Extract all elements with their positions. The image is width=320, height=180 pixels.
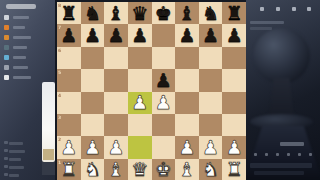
blurred-caption xyxy=(280,142,304,146)
black-bishop[interactable]: ♝ xyxy=(108,3,125,24)
black-pawn[interactable]: ♟ xyxy=(84,25,101,46)
black-rook[interactable]: ♜ xyxy=(226,3,243,24)
square-e2[interactable] xyxy=(152,136,176,158)
square-g3[interactable] xyxy=(199,114,223,136)
square-e1[interactable]: ♚ xyxy=(152,159,176,180)
toolbar-icon-1[interactable] xyxy=(260,7,264,11)
white-bishop[interactable]: ♝ xyxy=(108,159,125,180)
rank-label: 5 xyxy=(58,69,61,74)
chess-board[interactable]: 8♜♞♝♛♚♝♞♜7♟♟♟♟♟♟♟65♟4♟♟32♟♟♟♟♟♟1♜♞♝♛♚♝♞♜ xyxy=(57,2,246,180)
sidebar-item-news-icon[interactable] xyxy=(0,54,55,63)
app-logo[interactable] xyxy=(6,4,36,9)
square-h3[interactable] xyxy=(222,114,246,136)
square-f8[interactable]: ♝ xyxy=(175,2,199,24)
square-f4[interactable] xyxy=(175,92,199,114)
app-sidebar xyxy=(0,0,55,180)
white-knight[interactable]: ♞ xyxy=(84,159,101,180)
lessons-icon xyxy=(4,35,9,40)
black-pawn[interactable]: ♟ xyxy=(60,25,77,46)
square-b5[interactable] xyxy=(81,69,105,91)
footer-item-icon xyxy=(4,173,8,176)
square-g6[interactable] xyxy=(199,47,223,69)
square-g4[interactable] xyxy=(199,92,223,114)
black-knight[interactable]: ♞ xyxy=(84,3,101,24)
watch-icon xyxy=(4,45,9,50)
sidebar-item-label xyxy=(13,66,28,69)
square-e6[interactable] xyxy=(152,47,176,69)
square-g7[interactable]: ♟ xyxy=(199,24,223,46)
white-rook[interactable]: ♜ xyxy=(226,159,243,180)
square-f6[interactable] xyxy=(175,47,199,69)
square-b3[interactable] xyxy=(81,114,105,136)
footer-item-icon xyxy=(4,141,8,144)
sidebar-item-puzzle-icon[interactable] xyxy=(0,24,55,33)
square-d8[interactable]: ♛ xyxy=(128,2,152,24)
footer-item-icon xyxy=(4,157,8,160)
square-g2[interactable]: ♟ xyxy=(199,136,223,158)
bottom-icon-6[interactable] xyxy=(309,153,312,156)
square-c1[interactable]: ♝ xyxy=(104,159,128,180)
square-d3[interactable] xyxy=(128,114,152,136)
toolbar-icon-2[interactable] xyxy=(276,7,280,11)
square-g5[interactable] xyxy=(199,69,223,91)
sidebar-item-label xyxy=(13,26,25,29)
white-rook[interactable]: ♜ xyxy=(60,159,77,180)
footer-item-label xyxy=(9,174,19,177)
sidebar-item-pawn-icon[interactable] xyxy=(0,14,55,23)
square-f5[interactable] xyxy=(175,69,199,91)
pawn-icon xyxy=(4,15,9,20)
white-pawn[interactable]: ♟ xyxy=(131,92,148,113)
square-f1[interactable]: ♝ xyxy=(175,159,199,180)
black-rook[interactable]: ♜ xyxy=(60,3,77,24)
white-pawn[interactable]: ♟ xyxy=(178,137,195,158)
footer-item-label xyxy=(9,150,25,153)
panel-shadow xyxy=(42,162,55,175)
square-h4[interactable] xyxy=(222,92,246,114)
bottom-icon-1[interactable] xyxy=(254,153,257,156)
square-a5[interactable]: 5 xyxy=(57,69,81,91)
square-c6[interactable] xyxy=(104,47,128,69)
square-h1[interactable]: ♜ xyxy=(222,159,246,180)
square-b4[interactable] xyxy=(81,92,105,114)
sidebar-item-label xyxy=(13,76,31,79)
square-b1[interactable]: ♞ xyxy=(81,159,105,180)
white-queen[interactable]: ♛ xyxy=(131,159,148,180)
black-pawn[interactable]: ♟ xyxy=(131,25,148,46)
square-a1[interactable]: 1♜ xyxy=(57,159,81,180)
footer-item-icon xyxy=(4,149,8,152)
square-h5[interactable] xyxy=(222,69,246,91)
rank-label: 3 xyxy=(58,114,61,119)
square-a3[interactable]: 3 xyxy=(57,114,81,136)
rank-label: 8 xyxy=(58,2,61,7)
sidebar-item-label xyxy=(13,46,27,49)
square-e7[interactable] xyxy=(152,24,176,46)
square-h2[interactable]: ♟ xyxy=(222,136,246,158)
white-pawn[interactable]: ♟ xyxy=(60,137,77,158)
more-icon xyxy=(4,75,9,80)
blurred-text-line xyxy=(250,27,272,30)
blurred-text-line xyxy=(250,21,284,24)
square-c7[interactable]: ♟ xyxy=(104,24,128,46)
black-pawn[interactable]: ♟ xyxy=(202,25,219,46)
right-panel xyxy=(246,0,320,180)
sidebar-item-label xyxy=(13,16,29,19)
square-d7[interactable]: ♟ xyxy=(128,24,152,46)
rank-label: 1 xyxy=(58,159,61,164)
square-e4[interactable]: ♟ xyxy=(152,92,176,114)
footer-item-icon xyxy=(4,165,8,168)
blurred-bar xyxy=(254,171,304,175)
square-a6[interactable]: 6 xyxy=(57,47,81,69)
square-d5[interactable] xyxy=(128,69,152,91)
rank-label: 2 xyxy=(58,136,61,141)
white-pawn[interactable]: ♟ xyxy=(108,137,125,158)
square-c5[interactable] xyxy=(104,69,128,91)
black-queen[interactable]: ♛ xyxy=(131,3,148,24)
toolbar-icon-3[interactable] xyxy=(292,7,296,11)
square-f7[interactable]: ♟ xyxy=(175,24,199,46)
black-bishop[interactable]: ♝ xyxy=(178,3,195,24)
square-d4[interactable]: ♟ xyxy=(128,92,152,114)
toolbar-icon-4[interactable] xyxy=(307,7,311,11)
square-b7[interactable]: ♟ xyxy=(81,24,105,46)
blurred-bar xyxy=(250,163,312,168)
square-b2[interactable]: ♟ xyxy=(81,136,105,158)
square-h7[interactable]: ♟ xyxy=(222,24,246,46)
puzzle-icon xyxy=(4,25,9,30)
social-icon xyxy=(4,65,9,70)
white-pawn[interactable]: ♟ xyxy=(226,137,243,158)
news-icon xyxy=(4,55,9,60)
square-d2[interactable] xyxy=(128,136,152,158)
square-a7[interactable]: 7♟ xyxy=(57,24,81,46)
pawn-head xyxy=(253,28,310,84)
white-pawn[interactable]: ♟ xyxy=(202,137,219,158)
square-d1[interactable]: ♛ xyxy=(128,159,152,180)
rank-label: 6 xyxy=(58,47,61,52)
square-h6[interactable] xyxy=(222,47,246,69)
square-c4[interactable] xyxy=(104,92,128,114)
footer-item-label xyxy=(9,158,21,161)
blurred-board-thumb xyxy=(43,149,54,160)
square-e8[interactable]: ♚ xyxy=(152,2,176,24)
white-pawn[interactable]: ♟ xyxy=(155,92,172,113)
sidebar-item-label xyxy=(13,56,26,59)
sidebar-item-watch-icon[interactable] xyxy=(0,44,55,53)
white-king[interactable]: ♚ xyxy=(155,159,172,180)
footer-item-label xyxy=(9,142,23,145)
black-king[interactable]: ♚ xyxy=(155,3,172,24)
black-pawn[interactable]: ♟ xyxy=(178,25,195,46)
black-pawn[interactable]: ♟ xyxy=(155,70,172,91)
square-c8[interactable]: ♝ xyxy=(104,2,128,24)
square-e5[interactable]: ♟ xyxy=(152,69,176,91)
bottom-icon-3[interactable] xyxy=(276,153,279,156)
footer-item-label xyxy=(9,166,24,169)
white-knight[interactable]: ♞ xyxy=(202,159,219,180)
square-f3[interactable] xyxy=(175,114,199,136)
square-c2[interactable]: ♟ xyxy=(104,136,128,158)
sidebar-item-social-icon[interactable] xyxy=(0,64,55,73)
square-g1[interactable]: ♞ xyxy=(199,159,223,180)
bottom-icon-5[interactable] xyxy=(298,153,301,156)
square-a2[interactable]: 2♟ xyxy=(57,136,81,158)
white-bishop[interactable]: ♝ xyxy=(178,159,195,180)
rank-label: 4 xyxy=(58,92,61,97)
bottom-icon-4[interactable] xyxy=(287,153,290,156)
square-d6[interactable] xyxy=(128,47,152,69)
white-pawn[interactable]: ♟ xyxy=(84,137,101,158)
bottom-icon-2[interactable] xyxy=(265,153,268,156)
square-a4[interactable]: 4 xyxy=(57,92,81,114)
square-a8[interactable]: 8♜ xyxy=(57,2,81,24)
video-frame: 8♜♞♝♛♚♝♞♜7♟♟♟♟♟♟♟65♟4♟♟32♟♟♟♟♟♟1♜♞♝♛♚♝♞♜ xyxy=(0,0,320,180)
square-b6[interactable] xyxy=(81,47,105,69)
square-g8[interactable]: ♞ xyxy=(199,2,223,24)
square-c3[interactable] xyxy=(104,114,128,136)
rank-label: 7 xyxy=(58,24,61,29)
square-f2[interactable]: ♟ xyxy=(175,136,199,158)
black-pawn[interactable]: ♟ xyxy=(108,25,125,46)
square-b8[interactable]: ♞ xyxy=(81,2,105,24)
square-e3[interactable] xyxy=(152,114,176,136)
sidebar-item-label xyxy=(13,36,31,39)
sidebar-item-lessons-icon[interactable] xyxy=(0,34,55,43)
black-knight[interactable]: ♞ xyxy=(202,3,219,24)
square-h8[interactable]: ♜ xyxy=(222,2,246,24)
black-pawn[interactable]: ♟ xyxy=(226,25,243,46)
